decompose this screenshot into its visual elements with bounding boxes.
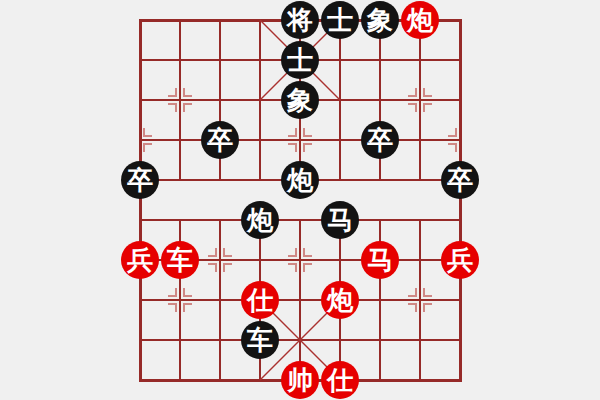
piece-red-horse[interactable]: 马 [361,241,399,279]
piece-black-soldier[interactable]: 卒 [121,161,159,199]
piece-black-elephant[interactable]: 象 [361,1,399,39]
piece-red-advisor[interactable]: 仕 [241,281,279,319]
piece-black-soldier[interactable]: 卒 [201,121,239,159]
piece-black-advisor[interactable]: 士 [281,41,319,79]
xiangqi-app: 将士象炮士象卒卒卒炮卒炮马兵车马兵仕炮车帅仕 [0,0,600,400]
piece-red-pawn[interactable]: 兵 [121,241,159,279]
piece-red-pawn[interactable]: 兵 [441,241,479,279]
piece-black-cannon[interactable]: 炮 [241,201,279,239]
piece-red-chariot[interactable]: 车 [161,241,199,279]
piece-red-cannon[interactable]: 炮 [321,281,359,319]
piece-red-advisor[interactable]: 仕 [321,361,359,399]
piece-red-cannon[interactable]: 炮 [401,1,439,39]
piece-black-soldier[interactable]: 卒 [441,161,479,199]
piece-red-general[interactable]: 帅 [281,361,319,399]
piece-black-general[interactable]: 将 [281,1,319,39]
piece-black-advisor[interactable]: 士 [321,1,359,39]
piece-black-soldier[interactable]: 卒 [361,121,399,159]
piece-black-horse[interactable]: 马 [321,201,359,239]
piece-black-elephant[interactable]: 象 [281,81,319,119]
piece-black-chariot[interactable]: 车 [241,321,279,359]
piece-black-cannon[interactable]: 炮 [281,161,319,199]
pieces-layer: 将士象炮士象卒卒卒炮卒炮马兵车马兵仕炮车帅仕 [0,0,600,400]
